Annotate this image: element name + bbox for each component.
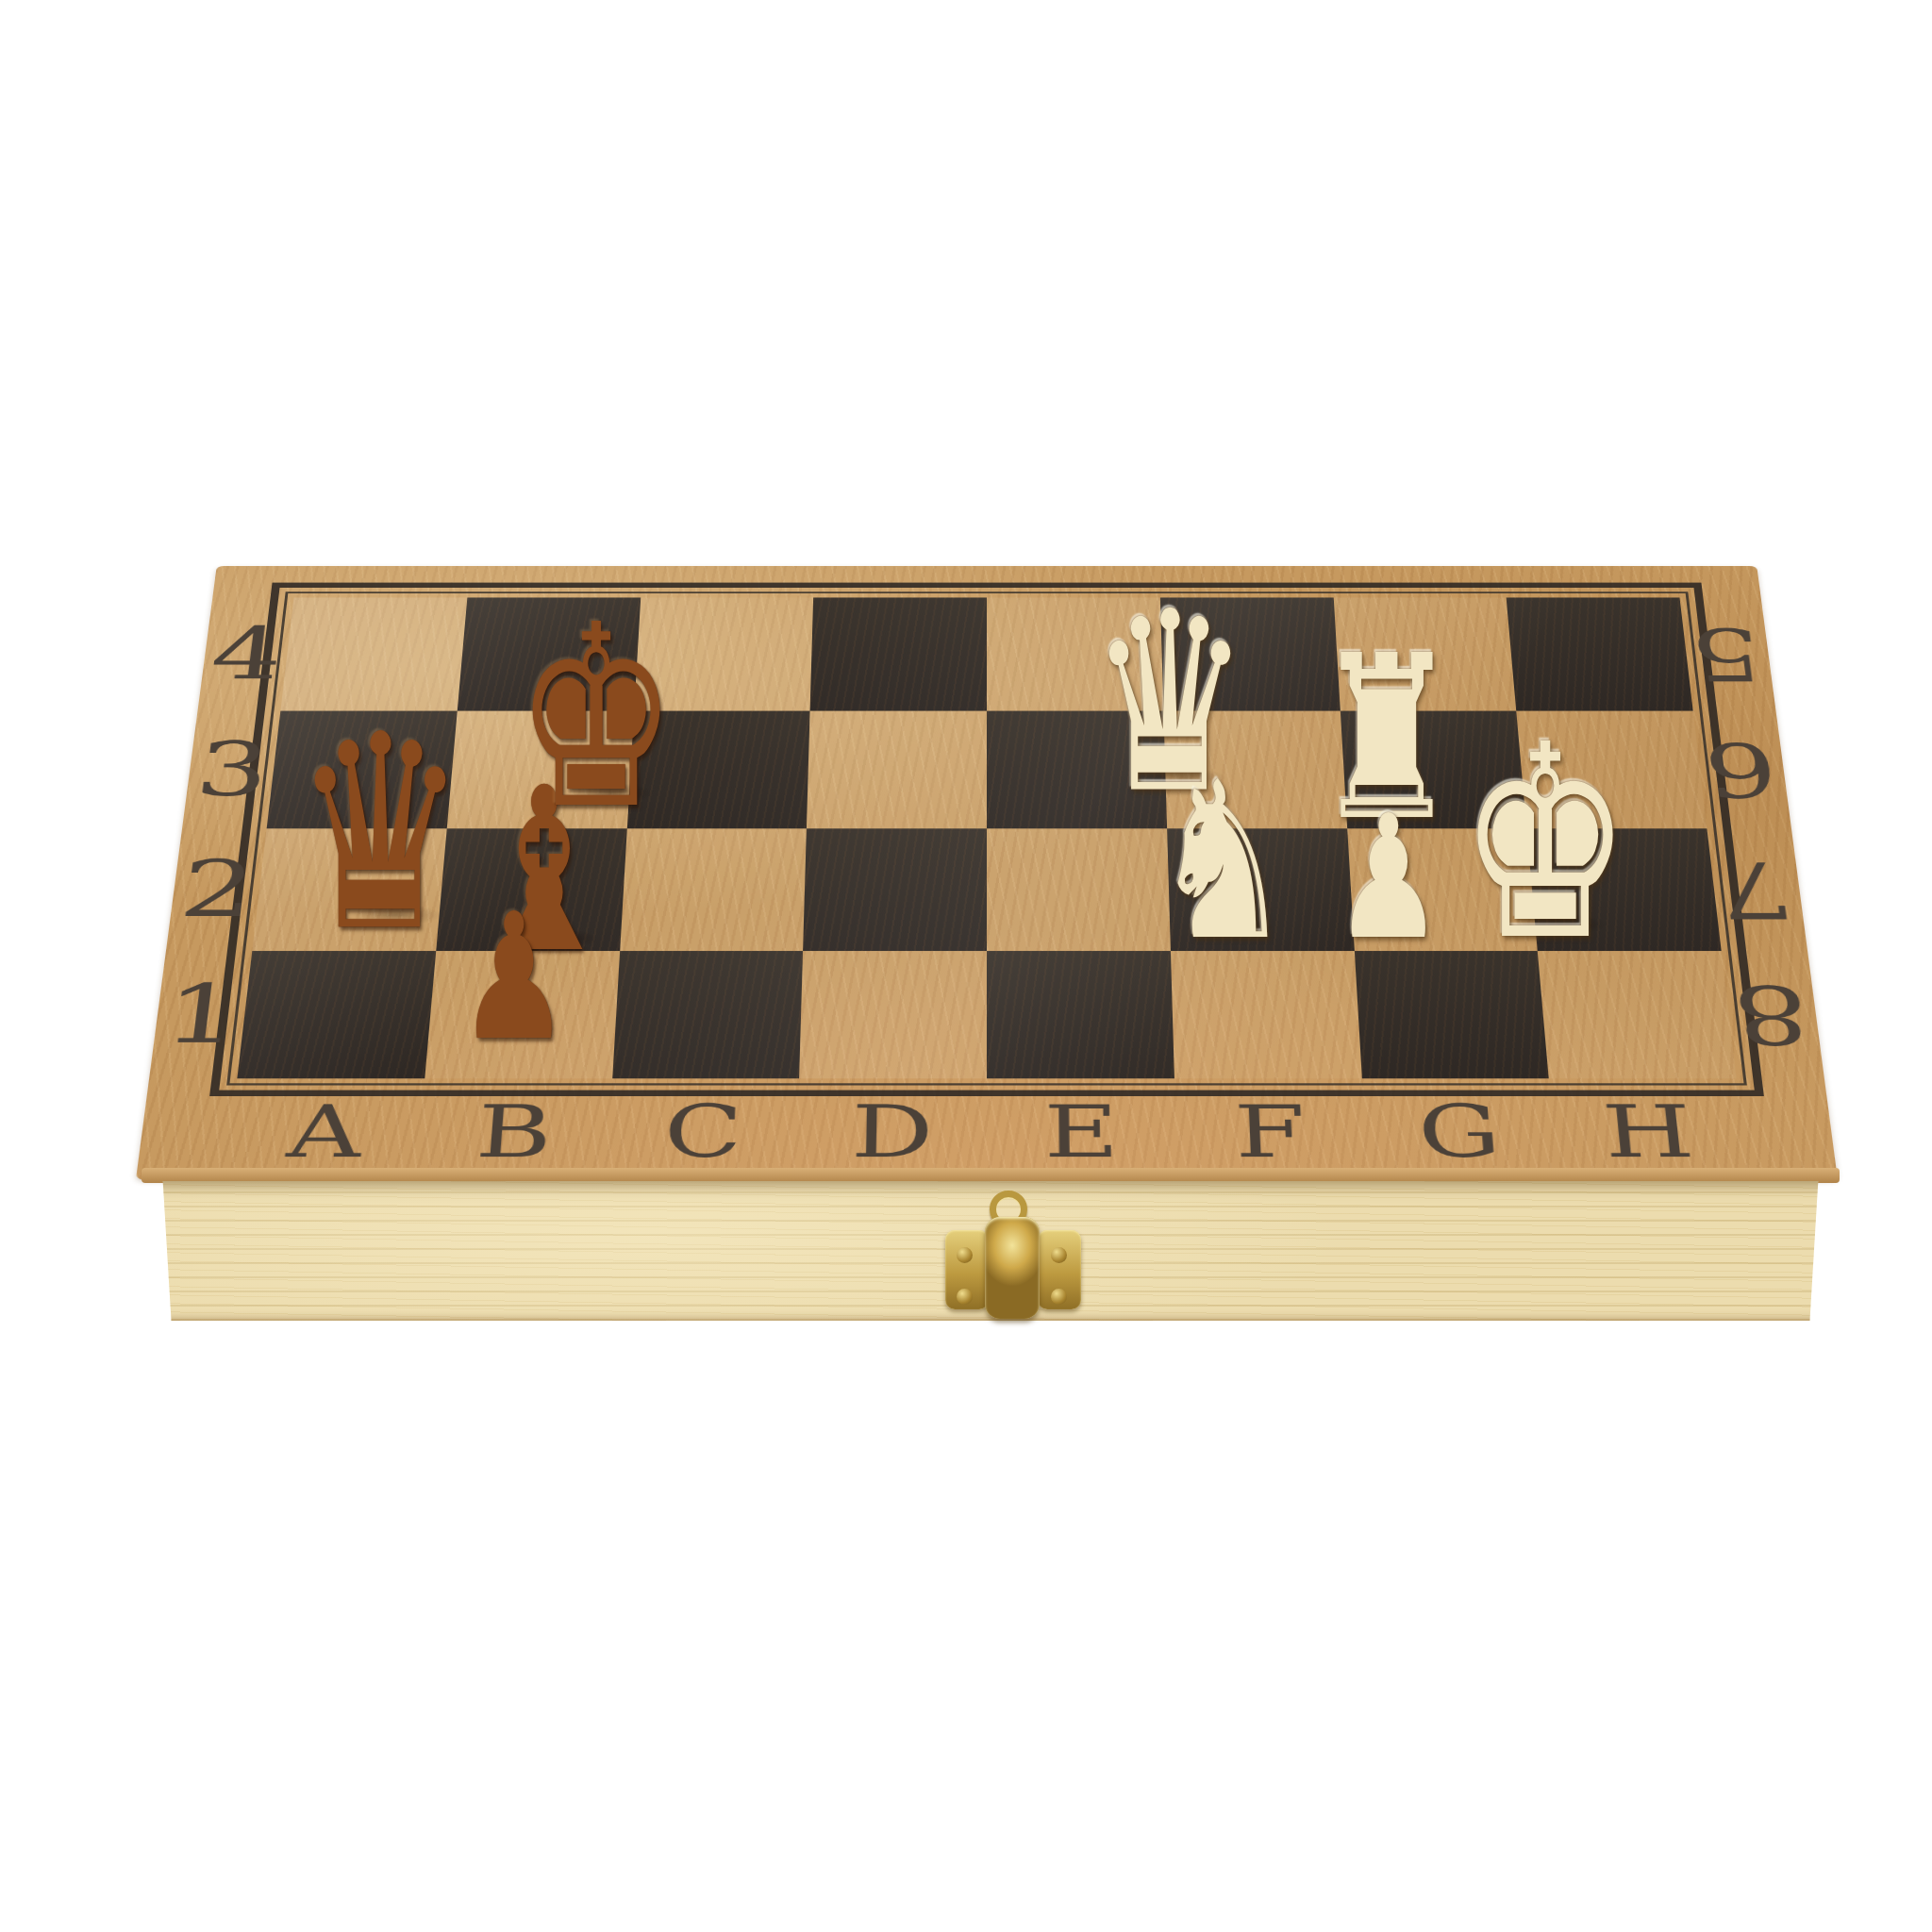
latch-screw-icon	[1051, 1247, 1067, 1263]
white-knight-f2[interactable]: ♞	[1153, 754, 1292, 971]
file-label-e: E	[987, 1089, 1177, 1175]
product-photo-scene: ABCDEFGH 4321 5678 ♛♝♚♟♛♜♞♟♚	[0, 0, 1932, 1932]
rank-label-right-8: 8	[1722, 971, 1822, 1058]
file-label-g: G	[1362, 1089, 1557, 1175]
square-d4[interactable]	[810, 597, 987, 710]
rank-label-left-3: 3	[185, 729, 280, 810]
lid-front-edge	[142, 1168, 1840, 1183]
rank-label-right-7: 7	[1707, 847, 1806, 931]
square-d1[interactable]	[799, 951, 987, 1078]
rank-label-right-5: 5	[1680, 615, 1774, 693]
latch-hasp[interactable]	[985, 1217, 1040, 1319]
white-king-h2[interactable]: ♚	[1458, 709, 1631, 977]
dark-king-c3[interactable]: ♚	[515, 591, 677, 843]
file-label-b: B	[416, 1089, 611, 1175]
file-label-a: A	[225, 1089, 424, 1175]
rank-label-left-2: 2	[169, 847, 267, 931]
file-label-d: D	[796, 1089, 987, 1175]
rank-label-left-4: 4	[200, 615, 293, 693]
white-pawn-g2[interactable]: ♟	[1334, 792, 1444, 963]
latch-screw-icon	[957, 1289, 973, 1305]
latch-screw-icon	[1051, 1289, 1067, 1305]
square-e1[interactable]	[987, 951, 1174, 1078]
square-c1[interactable]	[612, 951, 804, 1078]
file-label-h: H	[1550, 1089, 1748, 1175]
dark-queen-a2[interactable]: ♛	[293, 699, 467, 968]
square-d3[interactable]	[807, 711, 987, 829]
rank-label-left-1: 1	[152, 971, 252, 1058]
file-labels: ABCDEFGH	[225, 1089, 1748, 1175]
dark-pawn-b1[interactable]: ♟	[458, 891, 570, 1065]
file-label-f: F	[1174, 1089, 1367, 1175]
latch-screw-icon	[957, 1247, 973, 1263]
rank-label-right-6: 6	[1693, 729, 1789, 810]
square-d2[interactable]	[803, 828, 987, 951]
file-label-c: C	[607, 1089, 799, 1175]
